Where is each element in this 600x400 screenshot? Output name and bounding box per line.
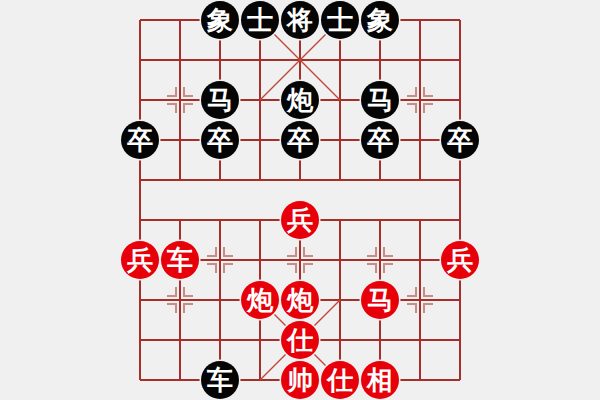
piece-black-soldier[interactable]: 卒 [121,121,159,159]
piece-black-soldier[interactable]: 卒 [201,121,239,159]
piece-black-horse[interactable]: 马 [361,81,399,119]
piece-red-soldier[interactable]: 兵 [121,241,159,279]
xiangqi-app: 象士将士象马炮马卒卒卒卒卒兵兵车兵炮炮马仕车帅仕相 [0,0,600,400]
piece-red-horse[interactable]: 马 [361,281,399,319]
piece-black-cannon[interactable]: 炮 [281,81,319,119]
piece-black-soldier[interactable]: 卒 [361,121,399,159]
piece-red-general[interactable]: 帅 [281,361,319,399]
piece-red-advisor[interactable]: 仕 [321,361,359,399]
piece-red-soldier[interactable]: 兵 [441,241,479,279]
piece-red-soldier[interactable]: 兵 [281,201,319,239]
piece-black-general[interactable]: 将 [281,1,319,39]
piece-black-soldier[interactable]: 卒 [281,121,319,159]
piece-red-advisor[interactable]: 仕 [281,321,319,359]
pieces-layer: 象士将士象马炮马卒卒卒卒卒兵兵车兵炮炮马仕车帅仕相 [120,0,480,400]
piece-black-elephant[interactable]: 象 [361,1,399,39]
piece-red-elephant[interactable]: 相 [361,361,399,399]
xiangqi-board: 象士将士象马炮马卒卒卒卒卒兵兵车兵炮炮马仕车帅仕相 [120,0,480,400]
piece-red-chariot[interactable]: 车 [161,241,199,279]
piece-black-horse[interactable]: 马 [201,81,239,119]
piece-black-advisor[interactable]: 士 [241,1,279,39]
piece-red-cannon[interactable]: 炮 [241,281,279,319]
piece-black-elephant[interactable]: 象 [201,1,239,39]
piece-black-soldier[interactable]: 卒 [441,121,479,159]
piece-red-cannon[interactable]: 炮 [281,281,319,319]
piece-black-advisor[interactable]: 士 [321,1,359,39]
piece-black-chariot[interactable]: 车 [201,361,239,399]
